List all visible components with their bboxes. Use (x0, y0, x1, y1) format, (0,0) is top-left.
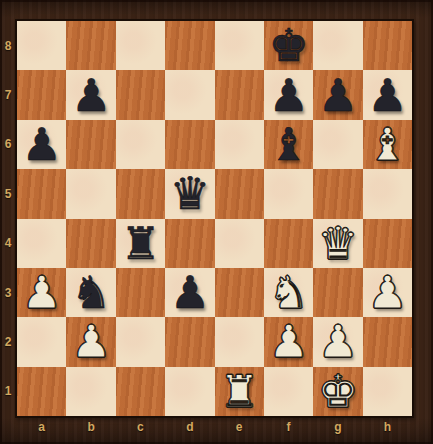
black-pawn[interactable]: ♟ (268, 71, 308, 120)
rank-label-5: 5 (0, 187, 16, 201)
file-label-a: a (38, 420, 45, 434)
file-label-d: d (186, 420, 193, 434)
black-king[interactable]: ♚ (268, 21, 308, 70)
square-a5[interactable] (17, 169, 66, 218)
square-f4[interactable] (264, 219, 313, 268)
square-g5[interactable] (313, 169, 362, 218)
square-f5[interactable] (264, 169, 313, 218)
black-knight[interactable]: ♞ (71, 268, 111, 317)
file-label-g: g (334, 420, 341, 434)
rank-label-1: 1 (0, 384, 16, 398)
square-f6[interactable]: ♝ (264, 120, 313, 169)
square-a8[interactable] (17, 21, 66, 70)
square-c5[interactable] (116, 169, 165, 218)
file-label-c: c (137, 420, 144, 434)
square-h1[interactable] (363, 367, 412, 416)
board-frame: ♚♟♟♟♟♟♝♝♛♜♛♟♞♟♞♟♟♟♟♜♚ 87654321abcdefgh (0, 0, 433, 444)
square-a4[interactable] (17, 219, 66, 268)
square-e5[interactable] (215, 169, 264, 218)
square-b7[interactable]: ♟ (66, 70, 115, 119)
square-g2[interactable]: ♟ (313, 317, 362, 366)
square-g1[interactable]: ♚ (313, 367, 362, 416)
black-rook[interactable]: ♜ (120, 219, 160, 268)
square-h2[interactable] (363, 317, 412, 366)
black-pawn[interactable]: ♟ (170, 268, 210, 317)
square-g4[interactable]: ♛ (313, 219, 362, 268)
square-h7[interactable]: ♟ (363, 70, 412, 119)
white-pawn[interactable]: ♟ (367, 268, 407, 317)
black-pawn[interactable]: ♟ (318, 71, 358, 120)
square-h6[interactable]: ♝ (363, 120, 412, 169)
rank-label-2: 2 (0, 335, 16, 349)
square-d4[interactable] (165, 219, 214, 268)
square-e4[interactable] (215, 219, 264, 268)
square-d2[interactable] (165, 317, 214, 366)
square-b1[interactable] (66, 367, 115, 416)
black-bishop[interactable]: ♝ (268, 120, 308, 169)
square-c7[interactable] (116, 70, 165, 119)
square-e2[interactable] (215, 317, 264, 366)
square-g3[interactable] (313, 268, 362, 317)
square-g8[interactable] (313, 21, 362, 70)
file-label-e: e (236, 420, 243, 434)
square-h8[interactable] (363, 21, 412, 70)
white-knight[interactable]: ♞ (268, 268, 308, 317)
rank-label-8: 8 (0, 39, 16, 53)
white-pawn[interactable]: ♟ (71, 317, 111, 366)
square-e1[interactable]: ♜ (215, 367, 264, 416)
square-d3[interactable]: ♟ (165, 268, 214, 317)
square-d5[interactable]: ♛ (165, 169, 214, 218)
square-c8[interactable] (116, 21, 165, 70)
rank-label-4: 4 (0, 236, 16, 250)
square-c6[interactable] (116, 120, 165, 169)
square-f1[interactable] (264, 367, 313, 416)
chess-board: ♚♟♟♟♟♟♝♝♛♜♛♟♞♟♞♟♟♟♟♜♚ (15, 19, 414, 418)
rank-label-7: 7 (0, 88, 16, 102)
square-d1[interactable] (165, 367, 214, 416)
white-pawn[interactable]: ♟ (22, 268, 62, 317)
square-g6[interactable] (313, 120, 362, 169)
square-h4[interactable] (363, 219, 412, 268)
square-b4[interactable] (66, 219, 115, 268)
square-c4[interactable]: ♜ (116, 219, 165, 268)
square-a6[interactable]: ♟ (17, 120, 66, 169)
square-c3[interactable] (116, 268, 165, 317)
square-a1[interactable] (17, 367, 66, 416)
black-pawn[interactable]: ♟ (367, 71, 407, 120)
white-rook[interactable]: ♜ (219, 367, 259, 416)
square-g7[interactable]: ♟ (313, 70, 362, 119)
white-queen[interactable]: ♛ (318, 219, 358, 268)
square-h3[interactable]: ♟ (363, 268, 412, 317)
file-label-f: f (287, 420, 291, 434)
square-a3[interactable]: ♟ (17, 268, 66, 317)
rank-label-6: 6 (0, 137, 16, 151)
square-c1[interactable] (116, 367, 165, 416)
file-label-b: b (87, 420, 94, 434)
square-b3[interactable]: ♞ (66, 268, 115, 317)
black-queen[interactable]: ♛ (170, 169, 210, 218)
square-d7[interactable] (165, 70, 214, 119)
white-king[interactable]: ♚ (318, 367, 358, 416)
black-pawn[interactable]: ♟ (22, 120, 62, 169)
square-a7[interactable] (17, 70, 66, 119)
square-d6[interactable] (165, 120, 214, 169)
white-pawn[interactable]: ♟ (268, 317, 308, 366)
square-f2[interactable]: ♟ (264, 317, 313, 366)
square-h5[interactable] (363, 169, 412, 218)
rank-label-3: 3 (0, 286, 16, 300)
black-pawn[interactable]: ♟ (71, 71, 111, 120)
file-label-h: h (384, 420, 391, 434)
square-c2[interactable] (116, 317, 165, 366)
square-b6[interactable] (66, 120, 115, 169)
square-e6[interactable] (215, 120, 264, 169)
square-b8[interactable] (66, 21, 115, 70)
square-d8[interactable] (165, 21, 214, 70)
square-f7[interactable]: ♟ (264, 70, 313, 119)
square-e7[interactable] (215, 70, 264, 119)
white-bishop[interactable]: ♝ (367, 120, 407, 169)
square-e3[interactable] (215, 268, 264, 317)
square-e8[interactable] (215, 21, 264, 70)
square-f3[interactable]: ♞ (264, 268, 313, 317)
square-f8[interactable]: ♚ (264, 21, 313, 70)
square-b5[interactable] (66, 169, 115, 218)
white-pawn[interactable]: ♟ (318, 317, 358, 366)
square-b2[interactable]: ♟ (66, 317, 115, 366)
square-a2[interactable] (17, 317, 66, 366)
